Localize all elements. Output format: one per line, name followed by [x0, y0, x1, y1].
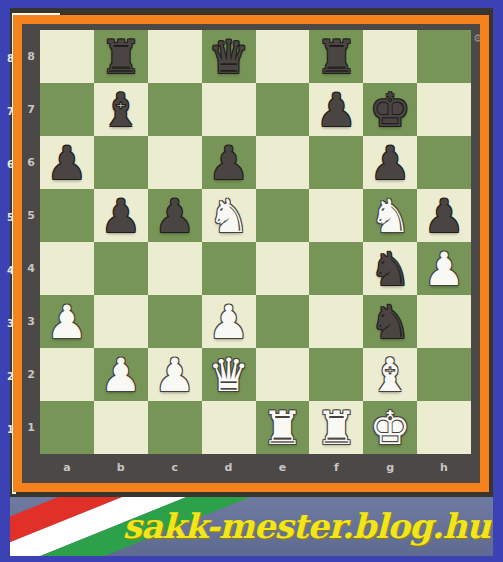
square-a5[interactable]: [40, 189, 94, 242]
rank-label-5: 5: [22, 189, 40, 242]
square-a1[interactable]: [40, 401, 94, 454]
file-label-h: h: [417, 456, 471, 483]
square-a7[interactable]: [40, 83, 94, 136]
piece-black-knight[interactable]: ♞: [370, 246, 411, 292]
square-a4[interactable]: [40, 242, 94, 295]
rank-label-1: 1: [22, 401, 40, 454]
square-g7[interactable]: ♚: [363, 83, 417, 136]
chess-board-panel: 87654321 ♜♛♜♝♟♚♟♟♟♟♟♞♞♟♞♟♟♟♞♟♟♛♝♜♜♚ abcd…: [22, 24, 480, 483]
square-b6[interactable]: [94, 136, 148, 189]
piece-white-king[interactable]: ♚: [370, 405, 411, 451]
square-c7[interactable]: [148, 83, 202, 136]
chess-app-background: 87654321 87654321 ♜♛♜♝♟♚♟♟♟♟♟♞♞♟♞♟♟♟♞♟♟♛…: [10, 8, 493, 497]
square-f6[interactable]: [309, 136, 363, 189]
square-c2[interactable]: ♟: [148, 348, 202, 401]
square-g2[interactable]: ♝: [363, 348, 417, 401]
square-g8[interactable]: [363, 30, 417, 83]
rank-label-4: 4: [22, 242, 40, 295]
square-d4[interactable]: [202, 242, 256, 295]
file-label-c: c: [148, 456, 202, 483]
piece-black-knight[interactable]: ♞: [370, 299, 411, 345]
piece-white-pawn[interactable]: ♟: [208, 299, 249, 345]
square-f5[interactable]: [309, 189, 363, 242]
blog-url-text: sakk-mester.blog.hu: [123, 506, 490, 546]
torn-edge-sliver-top: [12, 13, 60, 16]
square-b2[interactable]: ♟: [94, 348, 148, 401]
square-a3[interactable]: ♟: [40, 295, 94, 348]
file-label-e: e: [256, 456, 310, 483]
piece-white-queen[interactable]: ♛: [208, 352, 249, 398]
piece-white-knight[interactable]: ♞: [370, 193, 411, 239]
piece-white-pawn[interactable]: ♟: [154, 352, 195, 398]
piece-black-pawn[interactable]: ♟: [46, 140, 87, 186]
square-a6[interactable]: ♟: [40, 136, 94, 189]
torn-edge-sliver: [12, 14, 16, 494]
square-h3[interactable]: [417, 295, 471, 348]
square-c4[interactable]: [148, 242, 202, 295]
rank-label-2: 2: [22, 348, 40, 401]
piece-black-pawn[interactable]: ♟: [423, 193, 464, 239]
square-h8[interactable]: [417, 30, 471, 83]
square-a2[interactable]: [40, 348, 94, 401]
square-c1[interactable]: [148, 401, 202, 454]
file-label-a: a: [40, 456, 94, 483]
square-h7[interactable]: [417, 83, 471, 136]
square-b4[interactable]: [94, 242, 148, 295]
piece-black-rook[interactable]: ♜: [100, 34, 141, 80]
square-h6[interactable]: [417, 136, 471, 189]
square-a8[interactable]: [40, 30, 94, 83]
square-f8[interactable]: ♜: [309, 30, 363, 83]
piece-white-bishop[interactable]: ♝: [370, 352, 411, 398]
file-label-d: d: [202, 456, 256, 483]
square-e8[interactable]: [256, 30, 310, 83]
square-g5[interactable]: ♞: [363, 189, 417, 242]
piece-white-pawn[interactable]: ♟: [46, 299, 87, 345]
square-e4[interactable]: [256, 242, 310, 295]
chess-board[interactable]: ♜♛♜♝♟♚♟♟♟♟♟♞♞♟♞♟♟♟♞♟♟♛♝♜♜♚: [40, 30, 471, 454]
rank-label-6: 6: [22, 136, 40, 189]
piece-white-pawn[interactable]: ♟: [423, 246, 464, 292]
square-f1[interactable]: ♜: [309, 401, 363, 454]
file-label-f: f: [309, 456, 363, 483]
square-d1[interactable]: [202, 401, 256, 454]
square-b1[interactable]: [94, 401, 148, 454]
file-coordinates: abcdefgh: [40, 456, 471, 483]
square-h4[interactable]: ♟: [417, 242, 471, 295]
square-e7[interactable]: [256, 83, 310, 136]
square-f2[interactable]: [309, 348, 363, 401]
blog-banner[interactable]: sakk-mester.blog.hu: [10, 497, 493, 556]
piece-black-queen[interactable]: ♛: [208, 34, 249, 80]
piece-white-rook[interactable]: ♜: [262, 405, 303, 451]
square-e1[interactable]: ♜: [256, 401, 310, 454]
screenshot-root: 87654321 87654321 ♜♛♜♝♟♚♟♟♟♟♟♞♞♟♞♟♟♟♞♟♟♛…: [0, 0, 503, 562]
piece-black-pawn[interactable]: ♟: [370, 140, 411, 186]
square-e3[interactable]: [256, 295, 310, 348]
file-label-g: g: [363, 456, 417, 483]
piece-black-pawn[interactable]: ♟: [208, 140, 249, 186]
piece-white-pawn[interactable]: ♟: [100, 352, 141, 398]
square-d6[interactable]: ♟: [202, 136, 256, 189]
rank-label-3: 3: [22, 295, 40, 348]
rank-coordinates: 87654321: [22, 30, 40, 454]
square-f4[interactable]: [309, 242, 363, 295]
square-h5[interactable]: ♟: [417, 189, 471, 242]
square-c3[interactable]: [148, 295, 202, 348]
piece-black-king[interactable]: ♚: [370, 87, 411, 133]
square-f7[interactable]: ♟: [309, 83, 363, 136]
piece-white-knight[interactable]: ♞: [208, 193, 249, 239]
square-c5[interactable]: ♟: [148, 189, 202, 242]
square-d2[interactable]: ♛: [202, 348, 256, 401]
square-d5[interactable]: ♞: [202, 189, 256, 242]
square-c6[interactable]: [148, 136, 202, 189]
square-b5[interactable]: ♟: [94, 189, 148, 242]
square-g6[interactable]: ♟: [363, 136, 417, 189]
square-b8[interactable]: ♜: [94, 30, 148, 83]
square-g1[interactable]: ♚: [363, 401, 417, 454]
piece-black-pawn[interactable]: ♟: [316, 87, 357, 133]
piece-black-pawn[interactable]: ♟: [100, 193, 141, 239]
rank-label-8: 8: [22, 30, 40, 83]
piece-black-bishop[interactable]: ♝: [100, 87, 141, 133]
file-label-b: b: [94, 456, 148, 483]
square-e6[interactable]: [256, 136, 310, 189]
square-h1[interactable]: [417, 401, 471, 454]
piece-white-rook[interactable]: ♜: [316, 405, 357, 451]
piece-black-rook[interactable]: ♜: [316, 34, 357, 80]
square-g3[interactable]: ♞: [363, 295, 417, 348]
piece-black-pawn[interactable]: ♟: [154, 193, 195, 239]
square-h2[interactable]: [417, 348, 471, 401]
square-f3[interactable]: [309, 295, 363, 348]
square-g4[interactable]: ♞: [363, 242, 417, 295]
square-d3[interactable]: ♟: [202, 295, 256, 348]
square-b3[interactable]: [94, 295, 148, 348]
square-c8[interactable]: [148, 30, 202, 83]
square-d8[interactable]: ♛: [202, 30, 256, 83]
square-e5[interactable]: [256, 189, 310, 242]
settings-gear-icon[interactable]: ⚙: [473, 32, 483, 45]
square-d7[interactable]: [202, 83, 256, 136]
square-b7[interactable]: ♝: [94, 83, 148, 136]
rank-label-7: 7: [22, 83, 40, 136]
square-e2[interactable]: [256, 348, 310, 401]
